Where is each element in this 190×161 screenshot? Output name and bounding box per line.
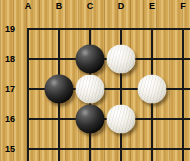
column-label-e: E [149,1,155,11]
stone-black-c18[interactable] [76,45,105,74]
column-label-f: F [180,1,186,11]
stone-white-d16[interactable] [107,105,136,134]
row-label-19: 19 [2,24,18,34]
column-label-a: A [25,1,32,11]
column-label-d: D [118,1,125,11]
grid-vline-a [27,28,29,161]
row-label-15: 15 [2,144,18,154]
stone-black-b17[interactable] [45,75,74,104]
row-label-17: 17 [2,84,18,94]
stone-white-c17[interactable] [76,75,105,104]
row-label-18: 18 [2,54,18,64]
column-label-b: B [56,1,63,11]
stone-black-c16[interactable] [76,105,105,134]
grid-vline-f [182,28,184,161]
grid-hline-19 [27,28,190,30]
stone-white-e17[interactable] [138,75,167,104]
go-board-screen: A B C D E F 19 18 17 16 15 [0,0,190,161]
grid-hline-15 [27,148,190,150]
stone-white-d18[interactable] [107,45,136,74]
column-label-c: C [87,1,94,11]
row-label-16: 16 [2,114,18,124]
